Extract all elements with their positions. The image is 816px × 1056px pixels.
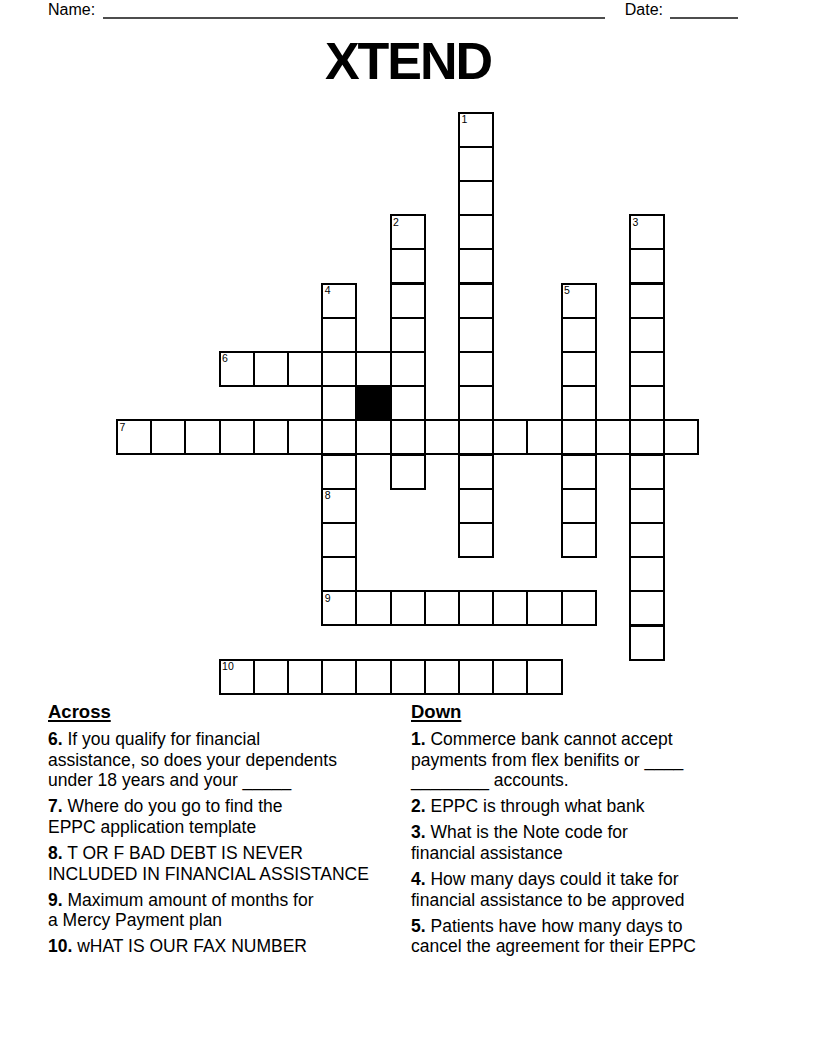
clue-text: What is the Note code for financial assi… — [411, 822, 628, 863]
clue-down-5: 5. Patients have how many days to cancel… — [411, 916, 783, 957]
clue-number-label: 7. — [48, 796, 63, 816]
clue-down-4: 4. How many days could it take for finan… — [411, 869, 783, 910]
grid-cell[interactable] — [526, 590, 562, 626]
grid-cell[interactable] — [629, 556, 665, 592]
grid-cell[interactable] — [629, 454, 665, 490]
grid-cell[interactable] — [458, 317, 494, 353]
grid-cell[interactable] — [390, 317, 426, 353]
grid-cell[interactable] — [458, 283, 494, 319]
clue-down-2: 2. EPPC is through what bank — [411, 796, 783, 817]
grid-cell[interactable] — [629, 625, 665, 661]
grid-cell[interactable] — [561, 317, 597, 353]
grid-cell[interactable] — [355, 351, 391, 387]
grid-cell[interactable] — [663, 419, 699, 455]
grid-cell[interactable] — [526, 659, 562, 695]
grid-cell[interactable] — [561, 454, 597, 490]
down-header: Down — [411, 701, 783, 722]
grid-cell[interactable] — [321, 522, 357, 558]
across-clue-list: 6. If you qualify for financial assistan… — [48, 729, 406, 957]
clue-number-label: 5. — [411, 916, 426, 936]
grid-cell[interactable] — [629, 419, 665, 455]
crossword-grid: 12345678910 — [0, 0, 816, 700]
clue-number-2: 2 — [393, 217, 399, 228]
grid-cell[interactable] — [458, 351, 494, 387]
clue-number-3: 3 — [633, 217, 639, 228]
clue-number-6: 6 — [222, 353, 228, 364]
grid-cell[interactable] — [321, 659, 357, 695]
clue-text: Patients have how many days to cancel th… — [411, 916, 696, 957]
clue-across-7: 7. Where do you go to find the EPPC appl… — [48, 796, 406, 837]
grid-cell[interactable] — [629, 590, 665, 626]
clue-number-1: 1 — [462, 114, 468, 125]
across-header: Across — [48, 701, 406, 722]
clue-number-label: 6. — [48, 729, 63, 749]
grid-cell[interactable] — [424, 590, 460, 626]
grid-cell[interactable] — [561, 419, 597, 455]
grid-cell[interactable] — [150, 419, 186, 455]
clue-across-6: 6. If you qualify for financial assistan… — [48, 729, 406, 791]
grid-cell[interactable] — [629, 283, 665, 319]
grid-cell[interactable] — [492, 419, 528, 455]
grid-cell[interactable] — [424, 659, 460, 695]
grid-cell[interactable] — [390, 659, 426, 695]
grid-cell[interactable] — [629, 488, 665, 524]
grid-cell[interactable] — [321, 454, 357, 490]
grid-cell[interactable] — [321, 556, 357, 592]
clue-number-9: 9 — [325, 593, 331, 604]
grid-cell[interactable] — [321, 385, 357, 421]
across-clues-column: Across 6. If you qualify for financial a… — [48, 701, 406, 962]
grid-cell[interactable] — [595, 419, 631, 455]
grid-cell[interactable] — [629, 351, 665, 387]
clue-number-label: 1. — [411, 729, 426, 749]
grid-cell[interactable] — [492, 590, 528, 626]
clue-text: T OR F BAD DEBT IS NEVER INCLUDED IN FIN… — [48, 843, 369, 884]
grid-cell[interactable] — [629, 522, 665, 558]
grid-cell[interactable] — [287, 419, 323, 455]
down-clue-list: 1. Commerce bank cannot accept payments … — [411, 729, 783, 957]
clue-down-1: 1. Commerce bank cannot accept payments … — [411, 729, 783, 791]
grid-cell[interactable] — [390, 385, 426, 421]
clue-across-9: 9. Maximum amount of months for a Mercy … — [48, 890, 406, 931]
grid-cell[interactable] — [390, 419, 426, 455]
grid-cell[interactable] — [355, 659, 391, 695]
clue-text: wHAT IS OUR FAX NUMBER — [72, 936, 307, 956]
grid-cell[interactable] — [458, 180, 494, 216]
grid-cell[interactable] — [184, 419, 220, 455]
grid-cell[interactable] — [253, 351, 289, 387]
grid-cell[interactable] — [390, 283, 426, 319]
clue-text: If you qualify for financial assistance,… — [48, 729, 337, 790]
clue-number-7: 7 — [120, 422, 126, 433]
black-cell — [355, 385, 391, 421]
clue-number-label: 3. — [411, 822, 426, 842]
down-clues-column: Down 1. Commerce bank cannot accept paym… — [411, 701, 783, 962]
grid-cell[interactable] — [355, 590, 391, 626]
grid-cell[interactable] — [390, 454, 426, 490]
grid-cell[interactable] — [424, 419, 460, 455]
grid-cell[interactable] — [321, 419, 357, 455]
clue-number-10: 10 — [222, 661, 234, 672]
clue-number-label: 2. — [411, 796, 426, 816]
grid-cell[interactable] — [458, 248, 494, 284]
grid-cell[interactable] — [458, 659, 494, 695]
grid-cell[interactable] — [458, 590, 494, 626]
grid-cell[interactable] — [458, 488, 494, 524]
grid-cell[interactable] — [458, 146, 494, 182]
grid-cell[interactable] — [629, 248, 665, 284]
grid-cell[interactable] — [629, 317, 665, 353]
clue-number-label: 10. — [48, 936, 72, 956]
clue-text: EPPC is through what bank — [426, 796, 645, 816]
clue-number-8: 8 — [325, 490, 331, 501]
grid-cell[interactable] — [561, 385, 597, 421]
clue-down-3: 3. What is the Note code for financial a… — [411, 822, 783, 863]
grid-cell[interactable] — [526, 419, 562, 455]
grid-cell[interactable] — [390, 351, 426, 387]
grid-cell[interactable] — [561, 590, 597, 626]
clue-number-label: 4. — [411, 869, 426, 889]
clue-number-label: 8. — [48, 843, 63, 863]
clue-text: Where do you go to find the EPPC applica… — [48, 796, 282, 837]
clue-across-8: 8. T OR F BAD DEBT IS NEVER INCLUDED IN … — [48, 843, 406, 884]
grid-cell[interactable] — [458, 214, 494, 250]
grid-cell[interactable] — [321, 351, 357, 387]
grid-cell[interactable] — [629, 385, 665, 421]
grid-cell[interactable] — [219, 419, 255, 455]
grid-cell[interactable] — [253, 419, 289, 455]
grid-cell[interactable] — [561, 488, 597, 524]
clue-text: How many days could it take for financia… — [411, 869, 684, 910]
grid-cell[interactable] — [390, 248, 426, 284]
grid-cell[interactable] — [287, 351, 323, 387]
clue-text: Maximum amount of months for a Mercy Pay… — [48, 890, 314, 931]
grid-cell[interactable] — [458, 419, 494, 455]
grid-cell[interactable] — [253, 659, 289, 695]
grid-cell[interactable] — [390, 590, 426, 626]
grid-cell[interactable] — [561, 522, 597, 558]
grid-cell[interactable] — [355, 419, 391, 455]
grid-cell[interactable] — [492, 659, 528, 695]
clue-text: Commerce bank cannot accept payments fro… — [411, 729, 683, 790]
clue-number-4: 4 — [325, 285, 331, 296]
grid-cell[interactable] — [458, 522, 494, 558]
clue-number-label: 9. — [48, 890, 63, 910]
clue-across-10: 10. wHAT IS OUR FAX NUMBER — [48, 936, 406, 957]
grid-cell[interactable] — [287, 659, 323, 695]
grid-cell[interactable] — [458, 454, 494, 490]
grid-cell[interactable] — [458, 385, 494, 421]
grid-cell[interactable] — [561, 351, 597, 387]
clue-number-5: 5 — [564, 285, 570, 296]
grid-cell[interactable] — [321, 317, 357, 353]
